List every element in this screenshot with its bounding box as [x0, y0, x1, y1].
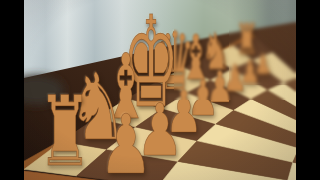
chess-photo: ♜♞♟♝♟♛♟♚♟♝♟♟♞♟♜♟	[24, 0, 296, 180]
pieces-layer: ♜♞♟♝♟♛♟♚♟♝♟♟♞♟♜♟	[24, 0, 296, 180]
letterbox-left	[0, 0, 24, 180]
piece-white-rook-h1: ♜	[38, 83, 92, 180]
video-thumbnail: ♜♞♟♝♟♛♟♚♟♝♟♟♞♟♜♟	[0, 0, 320, 180]
letterbox-right	[296, 0, 320, 180]
piece-white-pawn-h2: ♟	[99, 104, 153, 180]
